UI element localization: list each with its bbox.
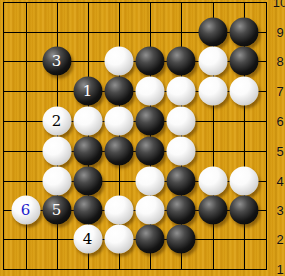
black-stone [105,76,134,105]
white-stone [136,166,165,195]
black-stone [136,47,165,76]
white-stone [198,47,227,76]
coordinate-label-7: 7 [276,83,283,98]
white-stone [105,106,134,135]
coordinate-label-10: 10 [273,0,285,10]
grid-line-vertical-1 [3,2,4,270]
coordinate-label-1: 1 [276,261,283,276]
white-stone [198,166,227,195]
black-stone [73,195,102,224]
white-stone [42,166,71,195]
move-number-label-1: 1 [83,83,93,98]
white-stone [136,195,165,224]
black-stone [167,47,196,76]
white-stone [42,136,71,165]
black-stone [136,136,165,165]
coordinate-label-3: 3 [276,202,283,217]
grid-line-horizontal-10 [3,2,267,3]
white-stone [229,166,258,195]
black-stone [136,225,165,254]
coordinate-label-9: 9 [276,24,283,39]
black-stone: 5 [42,195,71,224]
coordinate-label-5: 5 [276,143,283,158]
black-stone [229,47,258,76]
white-stone: 2 [42,106,71,135]
move-number-label-3: 3 [52,54,62,69]
black-stone [73,166,102,195]
grid-line-vertical-10 [266,2,267,270]
white-stone [105,47,134,76]
grid-line-horizontal-1 [3,269,267,270]
move-number-label-2: 2 [52,113,62,128]
black-stone [136,106,165,135]
move-number-label-6: 6 [21,202,31,217]
white-stone [105,225,134,254]
black-stone [229,195,258,224]
black-stone [73,136,102,165]
black-stone [198,195,227,224]
move-number-label-5: 5 [52,202,62,217]
black-stone: 3 [42,47,71,76]
black-stone [105,136,134,165]
coordinate-label-4: 4 [276,173,283,188]
black-stone [167,195,196,224]
move-number-label-4: 4 [83,232,93,247]
go-board-diagram: 10987654321312654 [0,0,285,276]
white-stone [167,76,196,105]
white-stone [198,76,227,105]
black-stone [167,225,196,254]
white-stone [136,76,165,105]
coordinate-label-2: 2 [276,232,283,247]
black-stone [229,17,258,46]
coordinate-label-6: 6 [276,113,283,128]
grid-line-vertical-2 [26,2,27,270]
white-stone [73,106,102,135]
white-stone [229,76,258,105]
black-stone [198,17,227,46]
black-stone [167,166,196,195]
white-stone [167,106,196,135]
white-stone: 4 [73,225,102,254]
white-stone [167,136,196,165]
black-stone: 1 [73,76,102,105]
white-stone [105,195,134,224]
white-stone: 6 [11,195,40,224]
coordinate-label-8: 8 [276,54,283,69]
